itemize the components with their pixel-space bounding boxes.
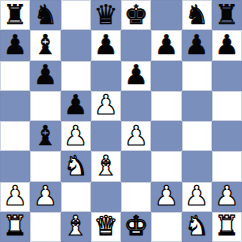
piece-black-knight-g8[interactable]: ♞: [185, 1, 209, 28]
piece-black-knight-b8[interactable]: ♞: [33, 1, 57, 28]
square-h5[interactable]: [212, 91, 242, 121]
square-d5[interactable]: ♟: [91, 91, 121, 121]
square-e5[interactable]: [121, 91, 151, 121]
piece-black-queen-d8[interactable]: ♛: [94, 1, 118, 28]
square-f5[interactable]: [151, 91, 181, 121]
square-a5[interactable]: [0, 91, 30, 121]
square-a4[interactable]: [0, 121, 30, 151]
piece-black-pawn-a7[interactable]: ♟: [3, 31, 27, 58]
square-b6[interactable]: ♟: [30, 61, 60, 91]
square-h1[interactable]: ♜: [212, 212, 242, 242]
square-e6[interactable]: ♟: [121, 61, 151, 91]
square-b7[interactable]: ♝: [30, 30, 60, 60]
piece-black-bishop-b7[interactable]: ♝: [33, 31, 57, 58]
square-e1[interactable]: ♚: [121, 212, 151, 242]
square-e3[interactable]: [121, 151, 151, 181]
piece-black-king-e8[interactable]: ♚: [124, 1, 148, 28]
square-e8[interactable]: ♚: [121, 0, 151, 30]
piece-white-knight-g1[interactable]: ♞: [185, 212, 209, 239]
square-c4[interactable]: ♟: [61, 121, 91, 151]
square-a7[interactable]: ♟: [0, 30, 30, 60]
square-e2[interactable]: [121, 182, 151, 212]
piece-white-knight-c3[interactable]: ♞: [64, 152, 88, 179]
square-a2[interactable]: ♟: [0, 182, 30, 212]
square-d8[interactable]: ♛: [91, 0, 121, 30]
square-e7[interactable]: [121, 30, 151, 60]
piece-black-rook-h8[interactable]: ♜: [215, 1, 239, 28]
square-h4[interactable]: [212, 121, 242, 151]
square-f1[interactable]: [151, 212, 181, 242]
chess-board: ♜♞♛♚♞♜♟♝♟♟♟♟♟♟♟♟♝♟♟♞♝♟♟♟♟♟♜♝♛♚♞♜: [0, 0, 242, 242]
square-f3[interactable]: [151, 151, 181, 181]
piece-white-pawn-h2[interactable]: ♟: [215, 182, 239, 209]
square-b2[interactable]: ♟: [30, 182, 60, 212]
square-b8[interactable]: ♞: [30, 0, 60, 30]
square-g6[interactable]: [182, 61, 212, 91]
piece-white-bishop-d3[interactable]: ♝: [94, 152, 118, 179]
square-g5[interactable]: [182, 91, 212, 121]
piece-white-rook-a1[interactable]: ♜: [3, 212, 27, 239]
piece-white-pawn-c4[interactable]: ♟: [64, 122, 88, 149]
square-f4[interactable]: [151, 121, 181, 151]
piece-white-pawn-d5[interactable]: ♟: [94, 91, 118, 118]
piece-black-rook-a8[interactable]: ♜: [3, 1, 27, 28]
square-c3[interactable]: ♞: [61, 151, 91, 181]
square-d2[interactable]: [91, 182, 121, 212]
square-f2[interactable]: ♟: [151, 182, 181, 212]
piece-black-pawn-c5[interactable]: ♟: [64, 91, 88, 118]
square-c7[interactable]: [61, 30, 91, 60]
square-h2[interactable]: ♟: [212, 182, 242, 212]
piece-black-pawn-d7[interactable]: ♟: [94, 31, 118, 58]
piece-black-pawn-g7[interactable]: ♟: [185, 31, 209, 58]
piece-black-pawn-e6[interactable]: ♟: [124, 61, 148, 88]
square-g3[interactable]: [182, 151, 212, 181]
piece-black-pawn-f7[interactable]: ♟: [154, 31, 178, 58]
square-c6[interactable]: [61, 61, 91, 91]
square-c1[interactable]: ♝: [61, 212, 91, 242]
square-d3[interactable]: ♝: [91, 151, 121, 181]
square-b5[interactable]: [30, 91, 60, 121]
square-a8[interactable]: ♜: [0, 0, 30, 30]
square-h3[interactable]: [212, 151, 242, 181]
square-g4[interactable]: [182, 121, 212, 151]
square-g2[interactable]: ♟: [182, 182, 212, 212]
square-f7[interactable]: ♟: [151, 30, 181, 60]
piece-white-king-e1[interactable]: ♚: [124, 212, 148, 239]
piece-white-pawn-g2[interactable]: ♟: [185, 182, 209, 209]
piece-white-pawn-a2[interactable]: ♟: [3, 182, 27, 209]
square-d1[interactable]: ♛: [91, 212, 121, 242]
square-c5[interactable]: ♟: [61, 91, 91, 121]
square-d7[interactable]: ♟: [91, 30, 121, 60]
square-g8[interactable]: ♞: [182, 0, 212, 30]
square-f8[interactable]: [151, 0, 181, 30]
square-g7[interactable]: ♟: [182, 30, 212, 60]
square-c2[interactable]: [61, 182, 91, 212]
piece-black-pawn-b6[interactable]: ♟: [33, 61, 57, 88]
square-c8[interactable]: [61, 0, 91, 30]
square-h6[interactable]: [212, 61, 242, 91]
square-a6[interactable]: [0, 61, 30, 91]
piece-white-bishop-c1[interactable]: ♝: [64, 212, 88, 239]
piece-white-pawn-e4[interactable]: ♟: [124, 122, 148, 149]
square-b3[interactable]: [30, 151, 60, 181]
piece-white-rook-h1[interactable]: ♜: [215, 212, 239, 239]
square-a3[interactable]: [0, 151, 30, 181]
piece-black-pawn-h7[interactable]: ♟: [215, 31, 239, 58]
square-a1[interactable]: ♜: [0, 212, 30, 242]
piece-white-pawn-f2[interactable]: ♟: [154, 182, 178, 209]
square-b1[interactable]: [30, 212, 60, 242]
square-d6[interactable]: [91, 61, 121, 91]
square-h8[interactable]: ♜: [212, 0, 242, 30]
piece-black-bishop-b4[interactable]: ♝: [33, 122, 57, 149]
square-h7[interactable]: ♟: [212, 30, 242, 60]
piece-white-pawn-b2[interactable]: ♟: [33, 182, 57, 209]
square-f6[interactable]: [151, 61, 181, 91]
square-g1[interactable]: ♞: [182, 212, 212, 242]
square-b4[interactable]: ♝: [30, 121, 60, 151]
square-d4[interactable]: [91, 121, 121, 151]
square-e4[interactable]: ♟: [121, 121, 151, 151]
piece-white-queen-d1[interactable]: ♛: [94, 212, 118, 239]
